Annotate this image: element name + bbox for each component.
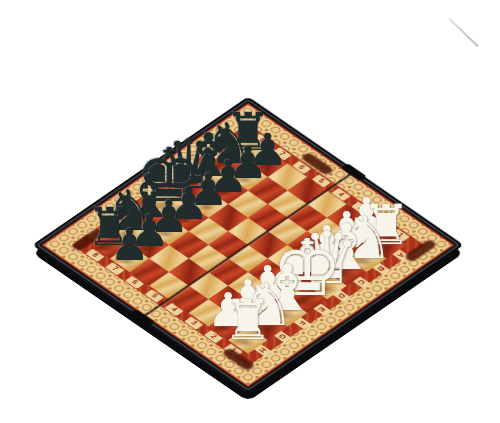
piece-black-pawn-h7[interactable]: ♟ [110,223,149,267]
pieces-layer: ♜♞♟♝♟♛♟♚♟♝♟♞♟♟♜♟♟♜♟♟♞♟♝♟♛♟♚♟♝♟♞♜ [0,0,500,423]
product-photo-scene: AA88BB77CC66DD55EE44FF33GG22HH11 ♜♞♟♝♟♛♟… [0,0,500,423]
piece-white-rook-h1[interactable]: ♜ [223,293,272,348]
